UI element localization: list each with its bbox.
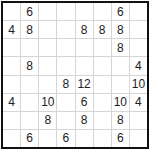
clue-cell-r2c6[interactable]: 8 — [94, 21, 111, 38]
empty-cell-r8c8[interactable] — [130, 130, 147, 147]
clue-cell-r2c5[interactable]: 8 — [76, 21, 93, 38]
clue-cell-r7c5[interactable]: 8 — [76, 112, 93, 129]
clue-cell-r2c2[interactable]: 8 — [21, 21, 38, 38]
empty-cell-r1c8[interactable] — [130, 3, 147, 20]
empty-cell-r1c3[interactable] — [39, 3, 56, 20]
empty-cell-r8c3[interactable] — [39, 130, 56, 147]
empty-cell-r7c8[interactable] — [130, 112, 147, 129]
clue-cell-r3c7[interactable]: 8 — [112, 39, 129, 56]
empty-cell-r4c3[interactable] — [39, 57, 56, 74]
empty-cell-r2c4[interactable] — [57, 21, 74, 38]
clue-cell-r6c5[interactable]: 6 — [76, 94, 93, 111]
empty-cell-r5c1[interactable] — [3, 76, 20, 93]
empty-cell-r7c4[interactable] — [57, 112, 74, 129]
empty-cell-r1c1[interactable] — [3, 3, 20, 20]
empty-cell-r3c4[interactable] — [57, 39, 74, 56]
empty-cell-r6c4[interactable] — [57, 94, 74, 111]
empty-cell-r7c6[interactable] — [94, 112, 111, 129]
empty-cell-r6c6[interactable] — [94, 94, 111, 111]
clue-cell-r6c1[interactable]: 4 — [3, 94, 20, 111]
empty-cell-r4c7[interactable] — [112, 57, 129, 74]
empty-cell-r5c6[interactable] — [94, 76, 111, 93]
empty-cell-r1c5[interactable] — [76, 3, 93, 20]
empty-cell-r2c8[interactable] — [130, 21, 147, 38]
clue-cell-r4c8[interactable]: 4 — [130, 57, 147, 74]
empty-cell-r8c6[interactable] — [94, 130, 111, 147]
empty-cell-r5c7[interactable] — [112, 76, 129, 93]
clue-cell-r1c7[interactable]: 6 — [112, 3, 129, 20]
empty-cell-r7c2[interactable] — [21, 112, 38, 129]
empty-cell-r3c6[interactable] — [94, 39, 111, 56]
clue-cell-r2c7[interactable]: 8 — [112, 21, 129, 38]
clue-cell-r5c5[interactable]: 12 — [76, 76, 93, 93]
clue-cell-r7c3[interactable]: 8 — [39, 112, 56, 129]
empty-cell-r4c5[interactable] — [76, 57, 93, 74]
empty-cell-r4c4[interactable] — [57, 57, 74, 74]
empty-cell-r8c5[interactable] — [76, 130, 93, 147]
clue-cell-r2c1[interactable]: 4 — [3, 21, 20, 38]
empty-cell-r1c6[interactable] — [94, 3, 111, 20]
clue-cell-r8c4[interactable]: 6 — [57, 130, 74, 147]
empty-cell-r2c3[interactable] — [39, 21, 56, 38]
clue-cell-r8c7[interactable]: 6 — [112, 130, 129, 147]
empty-cell-r3c3[interactable] — [39, 39, 56, 56]
clue-cell-r4c2[interactable]: 8 — [21, 57, 38, 74]
empty-cell-r5c3[interactable] — [39, 76, 56, 93]
clue-cell-r1c2[interactable]: 6 — [21, 3, 38, 20]
empty-cell-r6c2[interactable] — [21, 94, 38, 111]
clue-cell-r5c8[interactable]: 10 — [130, 76, 147, 93]
empty-cell-r4c6[interactable] — [94, 57, 111, 74]
clue-cell-r6c8[interactable]: 4 — [130, 94, 147, 111]
empty-cell-r4c1[interactable] — [3, 57, 20, 74]
puzzle-board: 6648888884812104106104888666 — [1, 1, 149, 149]
empty-cell-r3c2[interactable] — [21, 39, 38, 56]
empty-cell-r7c1[interactable] — [3, 112, 20, 129]
clue-cell-r6c7[interactable]: 10 — [112, 94, 129, 111]
clue-cell-r7c7[interactable]: 8 — [112, 112, 129, 129]
empty-cell-r5c2[interactable] — [21, 76, 38, 93]
empty-cell-r8c1[interactable] — [3, 130, 20, 147]
empty-cell-r3c5[interactable] — [76, 39, 93, 56]
empty-cell-r1c4[interactable] — [57, 3, 74, 20]
clue-cell-r5c4[interactable]: 8 — [57, 76, 74, 93]
clue-cell-r8c2[interactable]: 6 — [21, 130, 38, 147]
clue-cell-r6c3[interactable]: 10 — [39, 94, 56, 111]
empty-cell-r3c8[interactable] — [130, 39, 147, 56]
empty-cell-r3c1[interactable] — [3, 39, 20, 56]
